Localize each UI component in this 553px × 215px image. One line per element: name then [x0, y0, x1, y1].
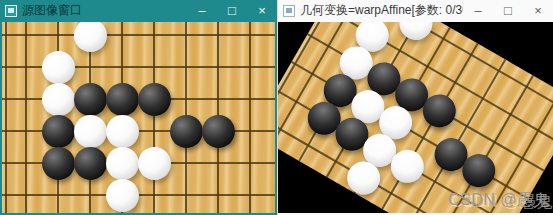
- go-stone-black: [74, 83, 107, 116]
- warpaffine-window-title: 几何变换=warpAffine[参数: 0/30.00/1/0]: [300, 2, 463, 19]
- source-image-area: [2, 22, 275, 213]
- go-stone-black: [42, 147, 75, 180]
- go-stone-white: [106, 115, 139, 148]
- grid-vline: [153, 22, 155, 213]
- close-button[interactable]: ×: [523, 0, 553, 21]
- source-window-title: 源图像窗口: [22, 2, 82, 19]
- go-stone-white: [106, 147, 139, 180]
- go-stone-white: [138, 147, 171, 180]
- window-controls: – □ ×: [187, 0, 277, 21]
- minimize-button[interactable]: –: [187, 0, 217, 21]
- csdn-watermark: CSDN @愚鬼: [448, 190, 550, 211]
- warpaffine-window-titlebar[interactable]: 几何变换=warpAffine[参数: 0/30.00/1/0] – □ ×: [278, 0, 553, 21]
- go-stone-white: [74, 115, 107, 148]
- maximize-button[interactable]: □: [217, 0, 247, 21]
- go-stone-white: [74, 22, 107, 52]
- go-stone-white: [106, 179, 139, 212]
- window-icon[interactable]: [283, 5, 295, 17]
- go-stone-black: [202, 115, 235, 148]
- go-board: [278, 22, 553, 213]
- go-stone-black: [42, 115, 75, 148]
- go-stone-white: [42, 51, 75, 84]
- go-stone-black: [170, 115, 203, 148]
- go-stone-white: [393, 22, 438, 45]
- grid-vline-partial: [5, 22, 7, 213]
- go-stone-black: [138, 83, 171, 116]
- window-icon[interactable]: [5, 5, 17, 17]
- source-image-window: 源图像窗口 – □ ×: [0, 0, 277, 215]
- grid-hline: [2, 194, 275, 196]
- maximize-button[interactable]: □: [493, 0, 523, 21]
- go-stone-white: [42, 83, 75, 116]
- grid-vline: [25, 22, 27, 213]
- go-stone-black: [106, 83, 139, 116]
- minimize-button[interactable]: –: [463, 0, 493, 21]
- window-controls: – □ ×: [463, 0, 553, 21]
- grid-hline: [2, 34, 275, 36]
- go-stone-black: [74, 147, 107, 180]
- warpaffine-window: 几何变换=warpAffine[参数: 0/30.00/1/0] – □ × C…: [277, 0, 553, 215]
- close-button[interactable]: ×: [247, 0, 277, 21]
- source-window-titlebar[interactable]: 源图像窗口 – □ ×: [0, 0, 277, 21]
- grid-vline: [249, 22, 251, 213]
- transformed-image-area: CSDN @愚鬼: [278, 22, 553, 213]
- screenshot: 源图像窗口 – □ × 几何变换=warpAffine[参数: 0/30.00/…: [0, 0, 553, 215]
- rotated-board-wrapper: [278, 22, 553, 213]
- go-board: [2, 22, 275, 213]
